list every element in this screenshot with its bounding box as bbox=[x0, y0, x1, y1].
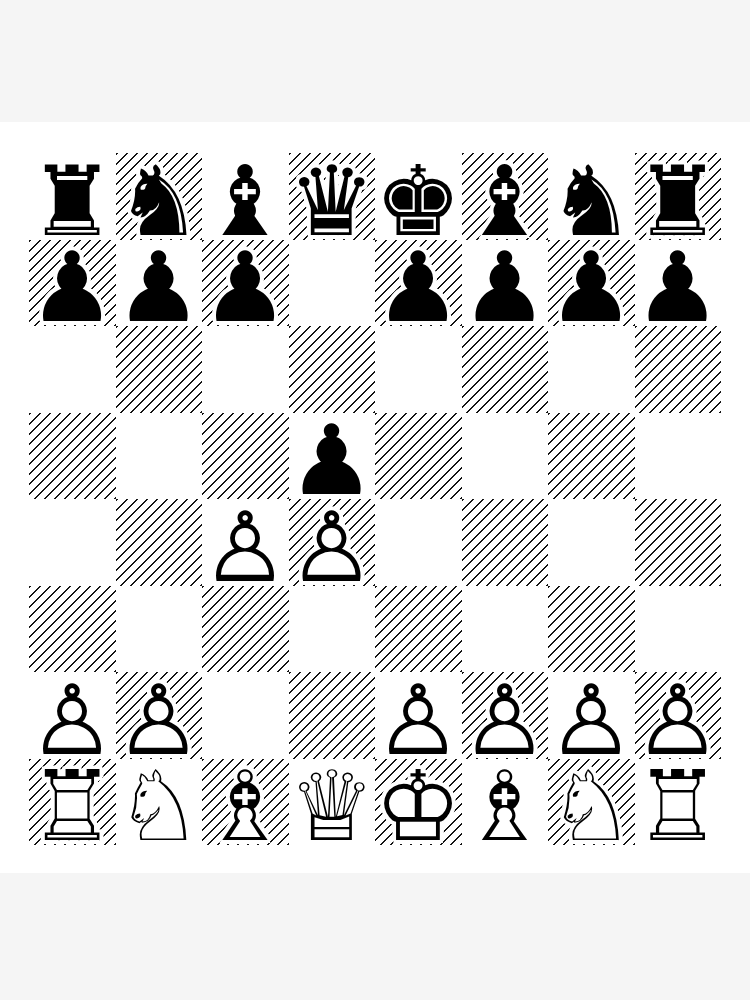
piece-glyph: ♘ bbox=[116, 764, 203, 851]
piece-glyph: ♟ bbox=[375, 245, 462, 332]
square-e6 bbox=[375, 326, 462, 413]
black-pawn-h7: ♟♟ bbox=[635, 240, 722, 327]
piece-glyph: ♔ bbox=[375, 764, 462, 851]
black-pawn-g7: ♟♟ bbox=[548, 240, 635, 327]
black-pawn-d5: ♟♟ bbox=[289, 413, 376, 500]
square-b7: ♟♟ bbox=[116, 240, 203, 327]
piece-glyph: ♟ bbox=[29, 245, 116, 332]
white-pawn-b2: ♟♙ bbox=[116, 672, 203, 759]
black-pawn-f7: ♟♟ bbox=[462, 240, 549, 327]
square-g8: ♞♞ bbox=[548, 153, 635, 240]
bottom-gray-band bbox=[0, 873, 750, 1000]
black-king-e8: ♚♚ bbox=[375, 153, 462, 240]
black-bishop-f8: ♝♝ bbox=[462, 153, 549, 240]
square-g6 bbox=[548, 326, 635, 413]
square-g5 bbox=[548, 413, 635, 500]
white-pawn-c4: ♟♙ bbox=[202, 499, 289, 586]
square-a1: ♜♖ bbox=[29, 759, 116, 846]
square-d7 bbox=[289, 240, 376, 327]
black-pawn-e7: ♟♟ bbox=[375, 240, 462, 327]
square-g3 bbox=[548, 586, 635, 673]
square-e1: ♚♔ bbox=[375, 759, 462, 846]
square-f5 bbox=[462, 413, 549, 500]
square-f3 bbox=[462, 586, 549, 673]
square-f1: ♝♗ bbox=[462, 759, 549, 846]
square-f4 bbox=[462, 499, 549, 586]
diagram-canvas: ♜♜♞♞♝♝♛♛♚♚♝♝♞♞♜♜♟♟♟♟♟♟♟♟♟♟♟♟♟♟♟♟♟♙♟♙♟♙♟♙… bbox=[0, 122, 750, 873]
white-knight-g1: ♞♘ bbox=[548, 759, 635, 846]
square-c8: ♝♝ bbox=[202, 153, 289, 240]
white-rook-h1: ♜♖ bbox=[635, 759, 722, 846]
white-queen-d1: ♛♕ bbox=[289, 759, 376, 846]
square-g1: ♞♘ bbox=[548, 759, 635, 846]
square-h6 bbox=[635, 326, 722, 413]
square-c4: ♟♙ bbox=[202, 499, 289, 586]
piece-glyph: ♟ bbox=[202, 245, 289, 332]
square-b2: ♟♙ bbox=[116, 672, 203, 759]
square-h3 bbox=[635, 586, 722, 673]
square-c1: ♝♗ bbox=[202, 759, 289, 846]
white-pawn-d4: ♟♙ bbox=[289, 499, 376, 586]
square-e5 bbox=[375, 413, 462, 500]
square-b3 bbox=[116, 586, 203, 673]
piece-glyph: ♖ bbox=[29, 764, 116, 851]
square-c7: ♟♟ bbox=[202, 240, 289, 327]
square-f7: ♟♟ bbox=[462, 240, 549, 327]
piece-glyph: ♟ bbox=[635, 245, 722, 332]
black-queen-d8: ♛♛ bbox=[289, 153, 376, 240]
square-c3 bbox=[202, 586, 289, 673]
square-d4: ♟♙ bbox=[289, 499, 376, 586]
square-f6 bbox=[462, 326, 549, 413]
white-rook-a1: ♜♖ bbox=[29, 759, 116, 846]
black-rook-a8: ♜♜ bbox=[29, 153, 116, 240]
square-a3 bbox=[29, 586, 116, 673]
white-bishop-c1: ♝♗ bbox=[202, 759, 289, 846]
square-h5 bbox=[635, 413, 722, 500]
square-a6 bbox=[29, 326, 116, 413]
black-pawn-c7: ♟♟ bbox=[202, 240, 289, 327]
square-h8: ♜♜ bbox=[635, 153, 722, 240]
square-c2 bbox=[202, 672, 289, 759]
square-b5 bbox=[116, 413, 203, 500]
top-gray-band bbox=[0, 0, 750, 122]
square-e3 bbox=[375, 586, 462, 673]
square-a2: ♟♙ bbox=[29, 672, 116, 759]
square-c6 bbox=[202, 326, 289, 413]
piece-glyph: ♗ bbox=[462, 764, 549, 851]
square-d2 bbox=[289, 672, 376, 759]
black-pawn-b7: ♟♟ bbox=[116, 240, 203, 327]
square-h7: ♟♟ bbox=[635, 240, 722, 327]
piece-glyph: ♙ bbox=[202, 504, 289, 591]
square-b4 bbox=[116, 499, 203, 586]
square-f8: ♝♝ bbox=[462, 153, 549, 240]
square-a8: ♜♜ bbox=[29, 153, 116, 240]
square-c5 bbox=[202, 413, 289, 500]
piece-glyph: ♟ bbox=[548, 245, 635, 332]
piece-glyph: ♘ bbox=[548, 764, 635, 851]
square-a4 bbox=[29, 499, 116, 586]
square-e7: ♟♟ bbox=[375, 240, 462, 327]
square-e2: ♟♙ bbox=[375, 672, 462, 759]
white-bishop-f1: ♝♗ bbox=[462, 759, 549, 846]
piece-glyph: ♕ bbox=[289, 764, 376, 851]
square-b8: ♞♞ bbox=[116, 153, 203, 240]
square-b1: ♞♘ bbox=[116, 759, 203, 846]
square-f2: ♟♙ bbox=[462, 672, 549, 759]
square-d3 bbox=[289, 586, 376, 673]
white-pawn-f2: ♟♙ bbox=[462, 672, 549, 759]
square-g4 bbox=[548, 499, 635, 586]
black-knight-b8: ♞♞ bbox=[116, 153, 203, 240]
piece-glyph: ♖ bbox=[635, 764, 722, 851]
square-e8: ♚♚ bbox=[375, 153, 462, 240]
black-bishop-c8: ♝♝ bbox=[202, 153, 289, 240]
square-a5 bbox=[29, 413, 116, 500]
square-a7: ♟♟ bbox=[29, 240, 116, 327]
white-pawn-e2: ♟♙ bbox=[375, 672, 462, 759]
black-knight-g8: ♞♞ bbox=[548, 153, 635, 240]
white-pawn-g2: ♟♙ bbox=[548, 672, 635, 759]
black-rook-h8: ♜♜ bbox=[635, 153, 722, 240]
chess-board: ♜♜♞♞♝♝♛♛♚♚♝♝♞♞♜♜♟♟♟♟♟♟♟♟♟♟♟♟♟♟♟♟♟♙♟♙♟♙♟♙… bbox=[29, 153, 721, 845]
white-pawn-h2: ♟♙ bbox=[635, 672, 722, 759]
white-king-e1: ♚♔ bbox=[375, 759, 462, 846]
white-knight-b1: ♞♘ bbox=[116, 759, 203, 846]
square-h4 bbox=[635, 499, 722, 586]
square-b6 bbox=[116, 326, 203, 413]
piece-glyph: ♟ bbox=[462, 245, 549, 332]
piece-glyph: ♗ bbox=[202, 764, 289, 851]
square-h1: ♜♖ bbox=[635, 759, 722, 846]
square-e4 bbox=[375, 499, 462, 586]
square-g7: ♟♟ bbox=[548, 240, 635, 327]
piece-glyph: ♛ bbox=[289, 158, 376, 245]
piece-glyph: ♙ bbox=[289, 504, 376, 591]
white-pawn-a2: ♟♙ bbox=[29, 672, 116, 759]
square-g2: ♟♙ bbox=[548, 672, 635, 759]
square-h2: ♟♙ bbox=[635, 672, 722, 759]
square-d8: ♛♛ bbox=[289, 153, 376, 240]
square-d1: ♛♕ bbox=[289, 759, 376, 846]
black-pawn-a7: ♟♟ bbox=[29, 240, 116, 327]
piece-glyph: ♟ bbox=[116, 245, 203, 332]
square-d6 bbox=[289, 326, 376, 413]
square-d5: ♟♟ bbox=[289, 413, 376, 500]
